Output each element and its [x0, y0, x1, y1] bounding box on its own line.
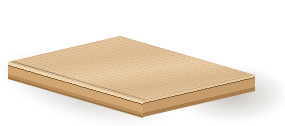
- scene: [0, 0, 285, 126]
